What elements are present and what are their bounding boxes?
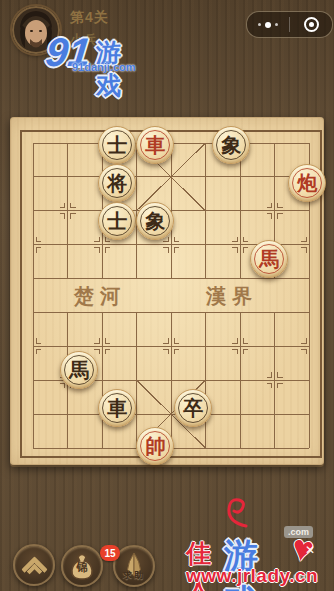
more-dot-icon (258, 23, 261, 26)
watermark-com-badge: .com (284, 526, 313, 538)
app-background: 第4关 小兵 91 游戏 91danji.com 楚河 漢界 士車象将炮士象馬馬… (0, 0, 334, 591)
stage-title: 小兵 (70, 31, 98, 49)
watermark-swirl-icon (224, 494, 250, 530)
watermark-bottom-site: 佳人女性网 (186, 537, 212, 591)
piece-black-象[interactable]: 象 (136, 202, 174, 240)
watermark-site-url: 91danji.com (72, 61, 136, 73)
piece-red-馬[interactable]: 馬 (250, 240, 288, 278)
piece-black-士[interactable]: 士 (98, 202, 136, 240)
level-title: 第4关 (70, 9, 109, 27)
piece-black-象[interactable]: 象 (212, 126, 250, 164)
piece-red-炮[interactable]: 炮 (288, 164, 326, 202)
piece-black-車[interactable]: 車 (98, 389, 136, 427)
heart-x-mark: ✕ (305, 543, 315, 557)
hint-bag-label: 锦 (63, 560, 101, 575)
expand-menu-button[interactable] (13, 544, 55, 586)
avatar-portrait-icon (12, 6, 60, 54)
more-dot-icon (275, 23, 278, 26)
help-label: 求助 (115, 569, 153, 582)
hint-bag-button[interactable]: 锦 (61, 545, 103, 587)
hint-count-badge: 15 (100, 545, 120, 561)
more-button[interactable] (247, 12, 289, 37)
piece-black-士[interactable]: 士 (98, 126, 136, 164)
piece-red-帥[interactable]: 帥 (136, 427, 174, 465)
avatar[interactable] (12, 6, 60, 54)
miniprogram-capsule (246, 11, 333, 38)
heart-icon: ♥ (288, 526, 318, 572)
watermark-bottom-url: www.jrlady.cn (186, 565, 318, 587)
piece-red-車[interactable]: 車 (136, 126, 174, 164)
more-dot-icon (265, 22, 271, 28)
piece-black-将[interactable]: 将 (98, 164, 136, 202)
watermark-behind-name: 游戏 (224, 533, 259, 591)
close-button[interactable] (290, 12, 332, 37)
exit-target-icon (304, 17, 319, 32)
piece-black-卒[interactable]: 卒 (174, 389, 212, 427)
piece-black-馬[interactable]: 馬 (60, 351, 98, 389)
watermark-behind-url: 91danji.com (252, 570, 316, 582)
pieces-grid: 士車象将炮士象馬馬車卒帥 (16, 126, 327, 465)
xiangqi-board: 楚河 漢界 士車象将炮士象馬馬車卒帥 (10, 117, 324, 465)
watermark-site-name: 游戏 (96, 36, 123, 102)
